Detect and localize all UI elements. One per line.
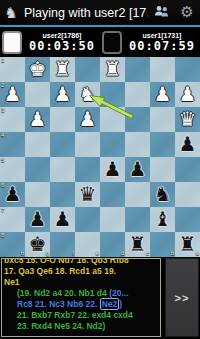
move-line: Rc8 21. Nc3 Nb6 22. Ne2) [4,299,158,310]
black-knight-piece[interactable]: ♞ [154,182,172,207]
move-line: 23. Rxd4 Ne5 24. Nd2) [4,321,158,332]
board-square[interactable] [75,157,100,182]
board-square[interactable]: d [100,232,125,257]
board-square[interactable]: ♟ [50,207,75,232]
white-pawn-piece[interactable]: ♟ [29,107,47,132]
board-square[interactable] [25,132,50,157]
white-color-swatch-icon [2,31,22,54]
white-rook-piece[interactable]: ♜ [54,57,72,82]
board-square[interactable]: ♞ [150,182,175,207]
move-token[interactable]: 17. Qa3 Qe6 18. Rcd1 a5 19. [4,266,116,276]
board-square[interactable]: b [150,232,175,257]
move-line: 17. Qa3 Qe6 18. Rcd1 a5 19. [4,266,158,277]
board-square[interactable]: ♚g [25,232,50,257]
black-bishop-piece[interactable]: ♝ [154,207,172,232]
file-label: d [121,250,124,257]
file-label: g [46,250,49,257]
board-square[interactable] [50,182,75,207]
board-square[interactable] [175,182,200,207]
board-square[interactable]: ♟ [125,157,150,182]
white-pawn-piece[interactable]: ♟ [79,107,97,132]
player-clock-bar: user2[1786] 00:03:50 user1[1731] 00:07:5… [0,27,200,57]
board-square[interactable]: ♟2 [0,82,25,107]
board-square[interactable] [50,107,75,132]
board-square[interactable] [100,82,125,107]
board-square[interactable]: 1 [0,57,25,82]
white-pawn-piece[interactable]: ♟ [154,82,172,107]
board-square[interactable]: ♟ [150,82,175,107]
board-square[interactable]: 4 [0,132,25,157]
board-square[interactable] [150,57,175,82]
rank-label: 8 [1,232,4,239]
board-square[interactable] [25,182,50,207]
move-line: (19. Nd2 a4 20. Nb1 d4 (20... [4,288,158,299]
board-square[interactable]: ♛ [75,182,100,207]
players-icon[interactable] [148,4,174,22]
chess-app-screen: ♞ Playing with user2 [17… ⚙ user2[1786] … [0,0,200,339]
board-square[interactable] [125,57,150,82]
board-square[interactable]: ♜a [175,232,200,257]
move-token[interactable]: Ne1 [4,277,20,287]
file-label: f [72,250,74,257]
black-pawn-piece[interactable]: ♟ [129,157,147,182]
move-token[interactable]: 23. Rxd4 Ne5 24. Nd2) [17,321,105,331]
board-square[interactable] [75,132,100,157]
black-pawn-piece[interactable]: ♟ [179,132,197,157]
board-square[interactable] [100,132,125,157]
black-pawn-piece[interactable]: ♟ [4,182,22,207]
board-square[interactable]: ♟ [100,157,125,182]
rank-label: 1 [1,57,4,64]
black-rook-piece[interactable]: ♜ [179,232,197,257]
rank-label: 7 [1,207,4,214]
board-square[interactable] [150,107,175,132]
white-pawn-piece[interactable]: ♟ [179,82,197,107]
move-token[interactable]: Rc8 21. Nc3 Nb6 22. [17,299,100,309]
board-square[interactable] [25,157,50,182]
board-square[interactable] [125,82,150,107]
board-square[interactable] [50,132,75,157]
board-square[interactable] [25,82,50,107]
move-line: bxc5 15. O-O Nd7 16. Qb3 Rfb8 [4,258,158,266]
black-queen-piece[interactable]: ♛ [79,182,97,207]
black-rook-piece[interactable]: ♜ [129,232,147,257]
white-knight-piece[interactable]: ♞ [79,82,97,107]
move-token[interactable]: ) [119,299,122,309]
board-square[interactable] [100,207,125,232]
board-square[interactable]: 8h [0,232,25,257]
move-token[interactable]: (20... [109,288,128,298]
board-square[interactable]: ♟ [75,107,100,132]
board-square[interactable] [175,207,200,232]
board-square[interactable] [125,132,150,157]
board-square[interactable] [100,107,125,132]
white-pawn-piece[interactable]: ♟ [4,82,22,107]
white-pawn-piece[interactable]: ♟ [54,82,72,107]
board-square[interactable]: ♚ [25,57,50,82]
board-square[interactable]: e [75,232,100,257]
window-title: Playing with user2 [17… [24,6,148,20]
move-token[interactable]: 21. Bxb7 Rxb7 22. exd4 cxd4 [17,310,133,320]
board-square[interactable] [175,57,200,82]
chess-board[interactable]: 1♚♜♜♟2♟♞♟♟3♟♟♛4♟5♟♟♟6♛♞7♟♟♝8h♚gfed♜cb♜a [0,57,200,257]
board-square[interactable]: 3 [0,107,25,132]
rank-label: 6 [1,182,4,189]
board-square[interactable] [175,157,200,182]
board-square[interactable] [150,132,175,157]
file-label: h [21,250,24,257]
move-token[interactable]: (19. Nd2 a4 20. Nb1 d4 [17,288,109,298]
next-move-button[interactable]: >> [165,258,199,337]
board-area: 1♚♜♜♟2♟♞♟♟3♟♟♛4♟5♟♟♟6♛♞7♟♟♝8h♚gfed♜cb♜a [0,57,200,257]
board-square[interactable] [125,207,150,232]
action-bar: ♞ Playing with user2 [17… ⚙ [0,0,200,25]
board-square[interactable] [75,57,100,82]
rank-label: 3 [1,107,4,114]
move-line: 21. Bxb7 Rxb7 22. exd4 cxd4 [4,310,158,321]
board-square[interactable]: ♟ [175,82,200,107]
black-color-swatch-icon [102,31,122,54]
board-square[interactable]: 7 [0,207,25,232]
board-square[interactable]: f [50,232,75,257]
white-player-clock: 00:03:50 [29,40,95,53]
black-pawn-piece[interactable]: ♟ [29,207,47,232]
board-square[interactable] [50,157,75,182]
board-square[interactable]: ♟6 [0,182,25,207]
rank-label: 5 [1,157,4,164]
file-label: e [96,250,99,257]
settings-gear-icon[interactable]: ⚙ [174,0,200,25]
board-square[interactable] [100,182,125,207]
file-label: b [171,250,174,257]
board-square[interactable]: ♛ [175,107,200,132]
selected-move-token[interactable]: Ne2 [100,298,120,310]
black-player-clock: 00:07:59 [129,40,195,53]
board-square[interactable] [150,157,175,182]
white-queen-piece[interactable]: ♛ [179,107,197,132]
board-square[interactable]: ♜c [125,232,150,257]
black-king-piece[interactable]: ♚ [29,232,47,257]
rank-label: 2 [1,82,4,89]
rank-label: 4 [1,132,4,139]
app-knight-logo-icon: ♞ [2,4,20,22]
white-rook-piece[interactable]: ♜ [104,57,122,82]
black-pawn-piece[interactable]: ♟ [104,157,122,182]
move-list[interactable]: bxc5 15. O-O Nd7 16. Qb3 Rfb817. Qa3 Qe6… [1,258,161,337]
board-square[interactable]: ♟ [50,82,75,107]
white-king-piece[interactable]: ♚ [29,57,47,82]
file-label: a [196,250,199,257]
black-pawn-piece[interactable]: ♟ [54,207,72,232]
move-line: Ne1 [4,277,158,288]
board-square[interactable]: ♜ [100,57,125,82]
white-player-panel: user2[1786] 00:03:50 [0,27,100,57]
file-label: c [146,250,149,257]
move-token[interactable]: bxc5 15. O-O Nd7 16. Qb3 Rfb8 [4,258,129,265]
board-square[interactable]: ♞ [75,82,100,107]
board-square[interactable]: ♝ [150,207,175,232]
board-square[interactable]: ♟ [25,207,50,232]
board-square[interactable] [75,207,100,232]
board-square[interactable]: ♜ [50,57,75,82]
move-panel: bxc5 15. O-O Nd7 16. Qb3 Rfb817. Qa3 Qe6… [0,257,200,339]
board-square[interactable] [125,182,150,207]
black-player-panel: user1[1731] 00:07:59 [100,27,200,57]
board-square[interactable]: 5 [0,157,25,182]
board-square[interactable] [125,107,150,132]
board-square[interactable]: ♟ [25,107,50,132]
board-square[interactable]: ♟ [175,132,200,157]
